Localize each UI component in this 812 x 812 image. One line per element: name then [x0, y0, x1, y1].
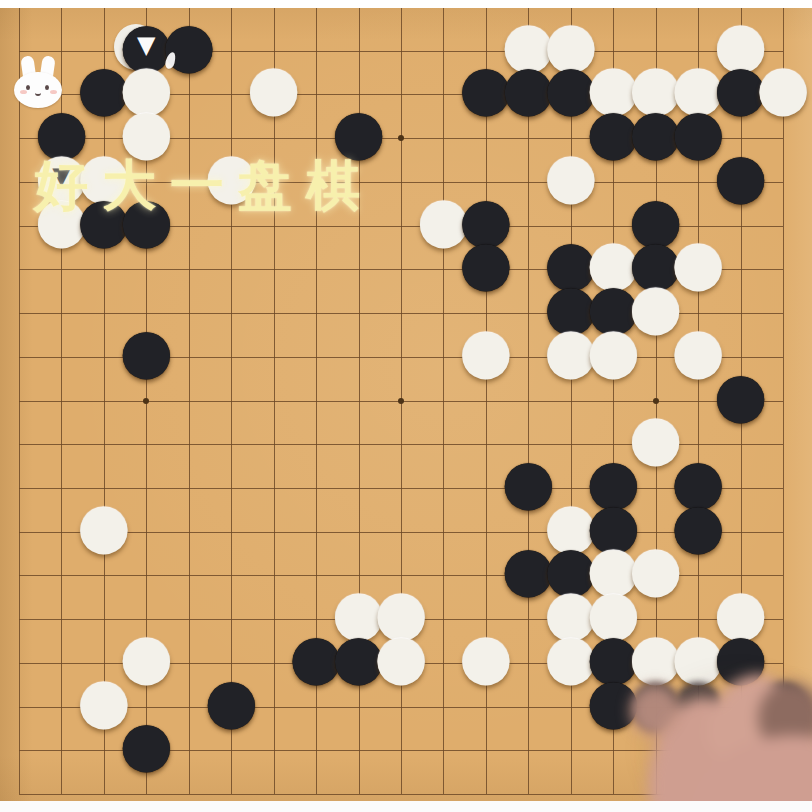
rabbit-mouth — [35, 90, 41, 96]
star-point — [143, 398, 149, 404]
caption-text: 好大一盘棋 — [34, 150, 374, 223]
white-crescent-behind-marked-stone — [114, 24, 158, 70]
grid-line-vertical — [528, 7, 529, 794]
rabbit-icon — [14, 56, 64, 108]
blurred-hand — [600, 640, 812, 812]
star-point — [398, 135, 404, 141]
grid-line-horizontal — [19, 444, 783, 445]
grid-line-horizontal — [19, 619, 783, 620]
star-point — [143, 135, 149, 141]
grid-line-horizontal — [19, 532, 783, 533]
rabbit-blush — [50, 90, 57, 94]
grid-line-horizontal — [19, 488, 783, 489]
star-point — [143, 660, 149, 666]
grid-line-vertical — [571, 7, 572, 794]
grid-line-vertical — [486, 7, 487, 794]
star-point — [398, 660, 404, 666]
star-point — [653, 398, 659, 404]
rabbit-eye — [45, 85, 49, 90]
hand-fingertip — [630, 685, 680, 737]
grid-line-horizontal — [19, 575, 783, 576]
bottom-frame-bar — [0, 801, 812, 812]
rabbit-eye — [26, 85, 30, 90]
star-point — [653, 135, 659, 141]
rabbit-blush — [20, 90, 27, 94]
star-point — [398, 398, 404, 404]
grid-line-vertical — [443, 7, 444, 794]
top-frame-bar — [0, 0, 812, 8]
